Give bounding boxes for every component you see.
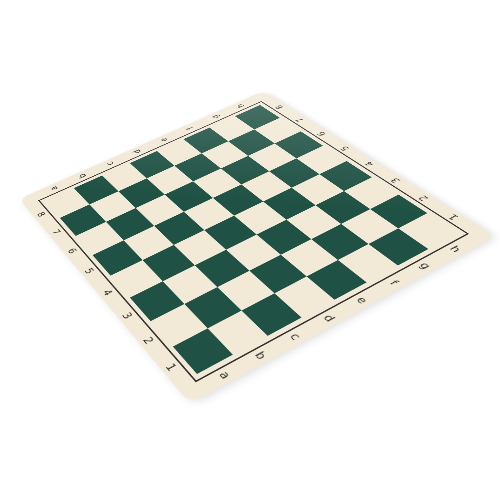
chess-board: 88aa77bb66cc55dd44ee33ff22gg11hh	[45, 105, 458, 374]
vinyl-mat: 88aa77bb66cc55dd44ee33ff22gg11hh	[19, 91, 495, 404]
photo-background: 88aa77bb66cc55dd44ee33ff22gg11hh	[0, 0, 500, 500]
board-grid	[45, 105, 458, 374]
